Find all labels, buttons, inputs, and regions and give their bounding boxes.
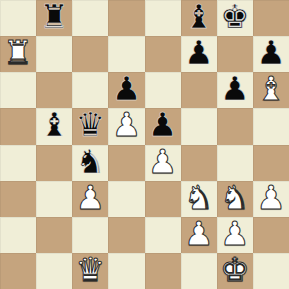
piece-white-pawn[interactable]: ♟ (148, 145, 178, 180)
piece-black-pawn[interactable]: ♟ (184, 36, 214, 71)
square-f3[interactable]: ♞ (181, 181, 217, 217)
piece-white-pawn[interactable]: ♟ (76, 181, 106, 216)
square-e6[interactable] (145, 72, 181, 108)
square-d3[interactable] (108, 181, 144, 217)
square-a5[interactable] (0, 108, 36, 144)
square-c5[interactable]: ♛ (72, 108, 108, 144)
square-c3[interactable]: ♟ (72, 181, 108, 217)
square-g6[interactable]: ♟ (217, 72, 253, 108)
square-d6[interactable]: ♟ (108, 72, 144, 108)
square-b2[interactable] (36, 217, 72, 253)
square-c2[interactable] (72, 217, 108, 253)
square-b3[interactable] (36, 181, 72, 217)
square-c8[interactable] (72, 0, 108, 36)
square-a6[interactable] (0, 72, 36, 108)
square-h3[interactable]: ♟ (253, 181, 289, 217)
piece-white-pawn[interactable]: ♟ (220, 217, 250, 252)
square-d4[interactable] (108, 145, 144, 181)
square-g1[interactable]: ♚ (217, 253, 253, 289)
square-f7[interactable]: ♟ (181, 36, 217, 72)
piece-black-knight[interactable]: ♞ (76, 145, 106, 180)
square-e2[interactable] (145, 217, 181, 253)
piece-black-pawn[interactable]: ♟ (256, 36, 286, 71)
square-f4[interactable] (181, 145, 217, 181)
piece-black-bishop[interactable]: ♝ (39, 108, 69, 143)
square-e1[interactable] (145, 253, 181, 289)
piece-black-king[interactable]: ♚ (220, 0, 250, 35)
square-g2[interactable]: ♟ (217, 217, 253, 253)
piece-black-bishop[interactable]: ♝ (184, 0, 214, 35)
square-a4[interactable] (0, 145, 36, 181)
square-h8[interactable] (253, 0, 289, 36)
square-a1[interactable] (0, 253, 36, 289)
square-f1[interactable] (181, 253, 217, 289)
square-b4[interactable] (36, 145, 72, 181)
square-e8[interactable] (145, 0, 181, 36)
square-e3[interactable] (145, 181, 181, 217)
square-a8[interactable] (0, 0, 36, 36)
square-b1[interactable] (36, 253, 72, 289)
square-d2[interactable] (108, 217, 144, 253)
piece-black-rook[interactable]: ♜ (39, 0, 69, 35)
square-b7[interactable] (36, 36, 72, 72)
square-c4[interactable]: ♞ (72, 145, 108, 181)
square-e5[interactable]: ♟ (145, 108, 181, 144)
piece-white-knight[interactable]: ♞ (220, 181, 250, 216)
piece-black-pawn[interactable]: ♟ (112, 72, 142, 107)
square-e7[interactable] (145, 36, 181, 72)
square-d5[interactable]: ♟ (108, 108, 144, 144)
square-b6[interactable] (36, 72, 72, 108)
chess-board: ♜♝♚♜♟♟♟♟♝♝♛♟♟♞♟♟♞♞♟♟♟♛♚ (0, 0, 289, 289)
chess-board-wrap: ♜♝♚♜♟♟♟♟♝♝♛♟♟♞♟♟♞♞♟♟♟♛♚ (0, 0, 289, 289)
piece-white-knight[interactable]: ♞ (184, 181, 214, 216)
square-h4[interactable] (253, 145, 289, 181)
square-d8[interactable] (108, 0, 144, 36)
square-g3[interactable]: ♞ (217, 181, 253, 217)
square-g5[interactable] (217, 108, 253, 144)
square-g4[interactable] (217, 145, 253, 181)
piece-white-bishop[interactable]: ♝ (256, 72, 286, 107)
piece-black-pawn[interactable]: ♟ (220, 72, 250, 107)
square-c6[interactable] (72, 72, 108, 108)
square-h7[interactable]: ♟ (253, 36, 289, 72)
square-f8[interactable]: ♝ (181, 0, 217, 36)
piece-black-queen[interactable]: ♛ (76, 108, 106, 143)
square-g7[interactable] (217, 36, 253, 72)
piece-white-pawn[interactable]: ♟ (184, 217, 214, 252)
piece-white-rook[interactable]: ♜ (3, 36, 33, 71)
square-d7[interactable] (108, 36, 144, 72)
square-g8[interactable]: ♚ (217, 0, 253, 36)
square-h6[interactable]: ♝ (253, 72, 289, 108)
square-a3[interactable] (0, 181, 36, 217)
square-c1[interactable]: ♛ (72, 253, 108, 289)
piece-white-pawn[interactable]: ♟ (112, 108, 142, 143)
square-f5[interactable] (181, 108, 217, 144)
square-e4[interactable]: ♟ (145, 145, 181, 181)
piece-white-pawn[interactable]: ♟ (256, 181, 286, 216)
piece-white-queen[interactable]: ♛ (76, 253, 106, 288)
square-f2[interactable]: ♟ (181, 217, 217, 253)
square-f6[interactable] (181, 72, 217, 108)
square-h5[interactable] (253, 108, 289, 144)
square-a7[interactable]: ♜ (0, 36, 36, 72)
square-h1[interactable] (253, 253, 289, 289)
square-b5[interactable]: ♝ (36, 108, 72, 144)
piece-black-pawn[interactable]: ♟ (148, 108, 178, 143)
square-c7[interactable] (72, 36, 108, 72)
square-b8[interactable]: ♜ (36, 0, 72, 36)
square-d1[interactable] (108, 253, 144, 289)
piece-white-king[interactable]: ♚ (220, 253, 250, 288)
square-h2[interactable] (253, 217, 289, 253)
square-a2[interactable] (0, 217, 36, 253)
